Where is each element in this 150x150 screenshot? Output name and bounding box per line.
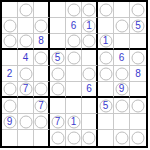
given-digit: 6 (71, 21, 77, 31)
given-digit: 7 (55, 117, 61, 127)
cell-r3c7[interactable]: 1 (98, 34, 114, 50)
odd-circle (99, 51, 112, 64)
cell-r7c7[interactable]: 5 (98, 98, 114, 114)
cell-r1c7[interactable] (98, 2, 114, 18)
cell-r8c5[interactable]: 1 (66, 114, 82, 130)
cell-r7c3[interactable]: 7 (34, 98, 50, 114)
cell-r3c6[interactable] (82, 34, 98, 50)
cell-r6c9[interactable] (130, 82, 146, 98)
cell-r3c4[interactable] (50, 34, 66, 50)
odd-circle (3, 83, 16, 96)
cell-r6c8[interactable]: 9 (114, 82, 130, 98)
cell-r7c8[interactable] (114, 98, 130, 114)
given-digit: 5 (55, 53, 61, 63)
cell-r5c7[interactable] (98, 66, 114, 82)
odd-circle (51, 132, 64, 145)
odd-circle (132, 132, 145, 145)
odd-circle (67, 35, 80, 48)
cell-r1c8[interactable] (114, 2, 130, 18)
odd-circle (3, 19, 16, 32)
cell-r2c7[interactable] (98, 18, 114, 34)
cell-r2c9[interactable]: 5 (130, 18, 146, 34)
cell-r4c8[interactable]: 6 (114, 50, 130, 66)
odd-circle (67, 3, 80, 16)
odd-circle (115, 99, 128, 112)
cell-r5c4[interactable] (50, 66, 66, 82)
odd-circle (35, 83, 48, 96)
cell-r2c6[interactable]: 1 (82, 18, 98, 34)
cell-r4c3[interactable] (34, 50, 50, 66)
sudoku-board: 615814562876975971 (0, 0, 148, 148)
cell-r5c5[interactable] (66, 66, 82, 82)
given-digit: 1 (86, 21, 92, 31)
cell-r8c1[interactable]: 9 (2, 114, 18, 130)
odd-circle (83, 35, 96, 48)
odd-circle (35, 51, 48, 64)
cell-r8c8[interactable] (114, 114, 130, 130)
cell-r6c2[interactable]: 7 (18, 82, 34, 98)
cell-r8c4[interactable]: 7 (50, 114, 66, 130)
cell-r1c4[interactable] (50, 2, 66, 18)
cell-r4c1[interactable] (2, 50, 18, 66)
cell-r9c2[interactable] (18, 130, 34, 146)
cell-r2c5[interactable]: 6 (66, 18, 82, 34)
cell-r5c8[interactable] (114, 66, 130, 82)
cell-r7c6[interactable] (82, 98, 98, 114)
cell-r8c3[interactable] (34, 114, 50, 130)
cell-r5c6[interactable] (82, 66, 98, 82)
odd-circle (132, 3, 145, 16)
cell-r5c1[interactable]: 2 (2, 66, 18, 82)
cell-r7c4[interactable] (50, 98, 66, 114)
odd-circle (19, 3, 32, 16)
cell-r3c3[interactable]: 8 (34, 34, 50, 50)
cell-r7c1[interactable] (2, 98, 18, 114)
cell-r2c2[interactable] (18, 18, 34, 34)
cell-r1c2[interactable] (18, 2, 34, 18)
odd-circle (19, 67, 32, 80)
cell-r6c6[interactable]: 6 (82, 82, 98, 98)
given-digit: 1 (71, 117, 77, 127)
given-digit: 6 (119, 53, 125, 63)
cell-r3c9[interactable] (130, 34, 146, 50)
odd-circle (83, 132, 96, 145)
cell-r5c9[interactable]: 8 (130, 66, 146, 82)
cell-r8c9[interactable] (130, 114, 146, 130)
given-digit: 4 (23, 53, 29, 63)
cell-r1c6[interactable] (82, 2, 98, 18)
odd-circle (132, 51, 145, 64)
given-digit: 9 (7, 117, 13, 127)
odd-circle (51, 67, 64, 80)
given-digit: 2 (7, 69, 13, 79)
cell-r3c5[interactable] (66, 34, 82, 50)
cell-r4c2[interactable]: 4 (18, 50, 34, 66)
cell-r7c2[interactable] (18, 98, 34, 114)
cell-r6c1[interactable] (2, 82, 18, 98)
cell-r8c6[interactable] (82, 114, 98, 130)
odd-circle (3, 35, 16, 48)
given-digit: 7 (38, 101, 44, 111)
cell-r9c3[interactable] (34, 130, 50, 146)
cell-r4c4[interactable]: 5 (50, 50, 66, 66)
cell-r2c8[interactable] (114, 18, 130, 34)
cell-r6c3[interactable] (34, 82, 50, 98)
odd-circle (115, 19, 128, 32)
cell-r6c4[interactable] (50, 82, 66, 98)
cell-r4c7[interactable] (98, 50, 114, 66)
cell-r3c8[interactable] (114, 34, 130, 50)
given-digit: 1 (103, 36, 109, 46)
cell-r3c2[interactable] (18, 34, 34, 50)
odd-circle (99, 3, 112, 16)
cell-r1c1[interactable] (2, 2, 18, 18)
odd-circle (67, 51, 80, 64)
cell-r9c9[interactable] (130, 130, 146, 146)
odd-circle (115, 67, 128, 80)
cell-r9c8[interactable] (114, 130, 130, 146)
cell-r9c6[interactable] (82, 130, 98, 146)
cell-r2c1[interactable] (2, 18, 18, 34)
given-digit: 9 (119, 84, 125, 94)
cell-r1c5[interactable] (66, 2, 82, 18)
odd-circle (83, 3, 96, 16)
given-digit: 8 (135, 69, 141, 79)
cell-r2c3[interactable] (34, 18, 50, 34)
cell-r1c9[interactable] (130, 2, 146, 18)
odd-circle (115, 132, 128, 145)
given-digit: 6 (86, 84, 92, 94)
cell-r4c9[interactable] (130, 50, 146, 66)
cell-r9c7[interactable] (98, 130, 114, 146)
cell-r6c7[interactable] (98, 82, 114, 98)
odd-circle (51, 83, 64, 96)
cell-r8c2[interactable] (18, 114, 34, 130)
cell-r4c5[interactable] (66, 50, 82, 66)
cell-r1c3[interactable] (34, 2, 50, 18)
odd-circle (132, 99, 145, 112)
given-digit: 5 (135, 21, 141, 31)
cell-r5c3[interactable] (34, 66, 50, 82)
cell-r5c2[interactable] (18, 66, 34, 82)
cell-r7c9[interactable] (130, 98, 146, 114)
given-digit: 8 (38, 36, 44, 46)
odd-circle (83, 67, 96, 80)
cell-r4c6[interactable] (82, 50, 98, 66)
cell-r3c1[interactable] (2, 34, 18, 50)
odd-circle (3, 99, 16, 112)
cell-r2c4[interactable] (50, 18, 66, 34)
cell-r9c4[interactable] (50, 130, 66, 146)
odd-circle (19, 35, 32, 48)
odd-circle (35, 19, 48, 32)
odd-circle (67, 132, 80, 145)
cell-r8c7[interactable] (98, 114, 114, 130)
given-digit: 7 (23, 84, 29, 94)
cell-r7c5[interactable] (66, 98, 82, 114)
cell-r9c5[interactable] (66, 130, 82, 146)
cell-r9c1[interactable] (2, 130, 18, 146)
odd-circle (19, 115, 32, 128)
odd-circle (99, 67, 112, 80)
odd-circle (35, 115, 48, 128)
cell-r6c5[interactable] (66, 82, 82, 98)
given-digit: 5 (103, 101, 109, 111)
